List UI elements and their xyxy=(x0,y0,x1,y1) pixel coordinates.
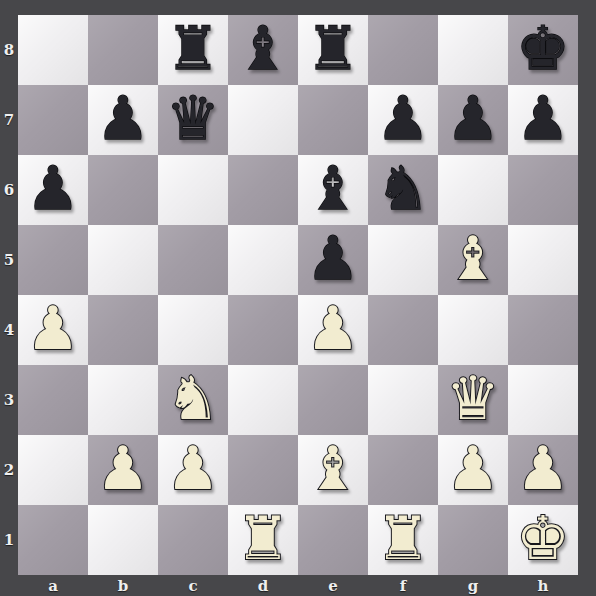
square-d3[interactable] xyxy=(228,365,298,435)
file-label-f: f xyxy=(368,575,438,596)
rank-label-4: 4 xyxy=(0,295,18,365)
black-queen[interactable]: ♛ xyxy=(158,85,228,155)
square-b1[interactable] xyxy=(88,505,158,575)
square-a3[interactable] xyxy=(18,365,88,435)
square-a8[interactable] xyxy=(18,15,88,85)
file-label-e: e xyxy=(298,575,368,596)
square-a4[interactable]: ♟ xyxy=(18,295,88,365)
black-pawn[interactable]: ♟ xyxy=(298,225,368,295)
white-pawn[interactable]: ♟ xyxy=(88,435,158,505)
square-b8[interactable] xyxy=(88,15,158,85)
square-e8[interactable]: ♜ xyxy=(298,15,368,85)
file-label-a: a xyxy=(18,575,88,596)
square-f8[interactable] xyxy=(368,15,438,85)
black-pawn[interactable]: ♟ xyxy=(368,85,438,155)
square-e3[interactable] xyxy=(298,365,368,435)
square-g4[interactable] xyxy=(438,295,508,365)
file-label-h: h xyxy=(508,575,578,596)
square-f2[interactable] xyxy=(368,435,438,505)
file-label-c: c xyxy=(158,575,228,596)
square-b5[interactable] xyxy=(88,225,158,295)
black-pawn[interactable]: ♟ xyxy=(18,155,88,225)
file-label-b: b xyxy=(88,575,158,596)
square-f3[interactable] xyxy=(368,365,438,435)
file-label-g: g xyxy=(438,575,508,596)
square-e1[interactable] xyxy=(298,505,368,575)
white-rook[interactable]: ♜ xyxy=(228,505,298,575)
square-c7[interactable]: ♛ xyxy=(158,85,228,155)
file-label-d: d xyxy=(228,575,298,596)
square-g1[interactable] xyxy=(438,505,508,575)
black-bishop[interactable]: ♝ xyxy=(228,15,298,85)
square-b4[interactable] xyxy=(88,295,158,365)
square-g2[interactable]: ♟ xyxy=(438,435,508,505)
rank-label-3: 3 xyxy=(0,365,18,435)
rank-label-1: 1 xyxy=(0,505,18,575)
square-b2[interactable]: ♟ xyxy=(88,435,158,505)
black-king[interactable]: ♚ xyxy=(508,15,578,85)
square-a7[interactable] xyxy=(18,85,88,155)
white-pawn[interactable]: ♟ xyxy=(508,435,578,505)
chess-board: ♜♝♜♚♟♛♟♟♟♟♝♞♟♝♟♟♞♛♟♟♝♟♟♜♜♚ xyxy=(18,15,578,575)
square-a5[interactable] xyxy=(18,225,88,295)
square-c4[interactable] xyxy=(158,295,228,365)
square-e6[interactable]: ♝ xyxy=(298,155,368,225)
square-f1[interactable]: ♜ xyxy=(368,505,438,575)
square-e7[interactable] xyxy=(298,85,368,155)
square-e2[interactable]: ♝ xyxy=(298,435,368,505)
black-bishop[interactable]: ♝ xyxy=(298,155,368,225)
square-d1[interactable]: ♜ xyxy=(228,505,298,575)
square-d5[interactable] xyxy=(228,225,298,295)
square-a2[interactable] xyxy=(18,435,88,505)
white-pawn[interactable]: ♟ xyxy=(158,435,228,505)
white-king[interactable]: ♚ xyxy=(508,505,578,575)
square-d7[interactable] xyxy=(228,85,298,155)
square-f7[interactable]: ♟ xyxy=(368,85,438,155)
square-h8[interactable]: ♚ xyxy=(508,15,578,85)
square-c2[interactable]: ♟ xyxy=(158,435,228,505)
rank-label-2: 2 xyxy=(0,435,18,505)
square-b3[interactable] xyxy=(88,365,158,435)
square-g5[interactable]: ♝ xyxy=(438,225,508,295)
square-c8[interactable]: ♜ xyxy=(158,15,228,85)
square-e5[interactable]: ♟ xyxy=(298,225,368,295)
square-h1[interactable]: ♚ xyxy=(508,505,578,575)
black-pawn[interactable]: ♟ xyxy=(508,85,578,155)
rank-label-6: 6 xyxy=(0,155,18,225)
white-pawn[interactable]: ♟ xyxy=(18,295,88,365)
rank-label-5: 5 xyxy=(0,225,18,295)
square-h3[interactable] xyxy=(508,365,578,435)
square-c6[interactable] xyxy=(158,155,228,225)
square-b7[interactable]: ♟ xyxy=(88,85,158,155)
white-knight[interactable]: ♞ xyxy=(158,365,228,435)
square-h5[interactable] xyxy=(508,225,578,295)
square-f5[interactable] xyxy=(368,225,438,295)
rank-label-7: 7 xyxy=(0,85,18,155)
square-c1[interactable] xyxy=(158,505,228,575)
square-h6[interactable] xyxy=(508,155,578,225)
square-f6[interactable]: ♞ xyxy=(368,155,438,225)
square-d4[interactable] xyxy=(228,295,298,365)
square-a6[interactable]: ♟ xyxy=(18,155,88,225)
rank-label-8: 8 xyxy=(0,15,18,85)
square-d8[interactable]: ♝ xyxy=(228,15,298,85)
black-pawn[interactable]: ♟ xyxy=(88,85,158,155)
square-h2[interactable]: ♟ xyxy=(508,435,578,505)
square-c3[interactable]: ♞ xyxy=(158,365,228,435)
square-d6[interactable] xyxy=(228,155,298,225)
black-knight[interactable]: ♞ xyxy=(368,155,438,225)
white-queen[interactable]: ♛ xyxy=(438,365,508,435)
square-h7[interactable]: ♟ xyxy=(508,85,578,155)
square-b6[interactable] xyxy=(88,155,158,225)
square-f4[interactable] xyxy=(368,295,438,365)
square-g8[interactable] xyxy=(438,15,508,85)
white-bishop[interactable]: ♝ xyxy=(298,435,368,505)
black-pawn[interactable]: ♟ xyxy=(438,85,508,155)
white-pawn[interactable]: ♟ xyxy=(438,435,508,505)
square-d2[interactable] xyxy=(228,435,298,505)
square-a1[interactable] xyxy=(18,505,88,575)
chess-board-frame: ♜♝♜♚♟♛♟♟♟♟♝♞♟♝♟♟♞♛♟♟♝♟♟♜♜♚ 87654321 abcd… xyxy=(0,0,596,596)
white-bishop[interactable]: ♝ xyxy=(438,225,508,295)
white-pawn[interactable]: ♟ xyxy=(298,295,368,365)
black-rook[interactable]: ♜ xyxy=(158,15,228,85)
black-rook[interactable]: ♜ xyxy=(298,15,368,85)
white-rook[interactable]: ♜ xyxy=(368,505,438,575)
square-g6[interactable] xyxy=(438,155,508,225)
square-h4[interactable] xyxy=(508,295,578,365)
square-g7[interactable]: ♟ xyxy=(438,85,508,155)
square-c5[interactable] xyxy=(158,225,228,295)
square-e4[interactable]: ♟ xyxy=(298,295,368,365)
square-g3[interactable]: ♛ xyxy=(438,365,508,435)
